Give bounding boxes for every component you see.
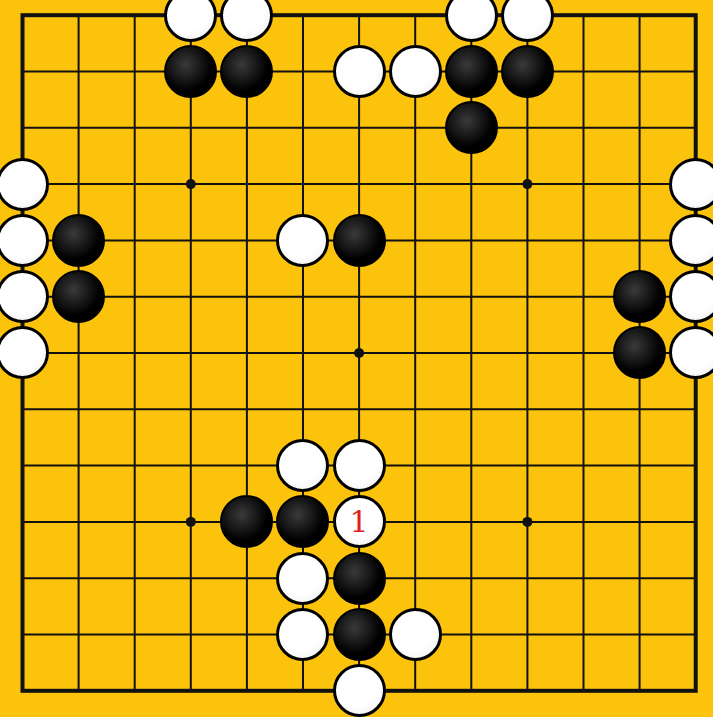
board-intersection[interactable] — [611, 0, 667, 43]
board-intersection[interactable] — [387, 606, 443, 662]
board-intersection[interactable] — [0, 663, 51, 717]
board-intersection[interactable] — [0, 494, 51, 550]
board-intersection[interactable] — [499, 0, 555, 43]
board-intersection[interactable] — [387, 437, 443, 493]
board-intersection[interactable] — [275, 381, 331, 437]
board-intersection[interactable] — [387, 494, 443, 550]
board-intersection[interactable] — [219, 269, 275, 325]
board-intersection[interactable] — [668, 494, 713, 550]
board-intersection[interactable] — [555, 156, 611, 212]
board-intersection[interactable] — [611, 663, 667, 717]
board-intersection[interactable] — [163, 381, 219, 437]
board-intersection[interactable] — [668, 212, 713, 268]
white-stone — [276, 439, 329, 492]
white-stone — [445, 0, 498, 42]
board-intersection[interactable] — [611, 43, 667, 99]
board-intersection[interactable] — [611, 437, 667, 493]
white-stone — [276, 608, 329, 661]
white-stone — [501, 0, 554, 42]
black-stone — [220, 495, 273, 548]
board-intersection[interactable] — [163, 494, 219, 550]
board-intersection[interactable] — [51, 381, 107, 437]
board-intersection[interactable] — [0, 437, 51, 493]
board-intersection[interactable] — [331, 0, 387, 43]
board-intersection[interactable] — [51, 663, 107, 717]
board-intersection[interactable] — [668, 325, 713, 381]
board-intersection[interactable] — [611, 494, 667, 550]
board-intersection[interactable] — [555, 43, 611, 99]
board-intersection[interactable] — [107, 325, 163, 381]
move-number-label: 1 — [350, 507, 369, 537]
board-intersection[interactable] — [219, 212, 275, 268]
board-intersection[interactable] — [555, 381, 611, 437]
board-intersection[interactable] — [668, 663, 713, 717]
board-intersection[interactable] — [51, 212, 107, 268]
board-intersection[interactable] — [387, 100, 443, 156]
board-intersection[interactable] — [331, 550, 387, 606]
black-stone — [220, 45, 273, 98]
board-intersection[interactable] — [51, 494, 107, 550]
board-intersection[interactable] — [0, 43, 51, 99]
board-intersection[interactable] — [555, 325, 611, 381]
board-intersection[interactable] — [107, 0, 163, 43]
board-intersection[interactable] — [331, 437, 387, 493]
board-intersection[interactable] — [443, 156, 499, 212]
board-intersection[interactable] — [0, 212, 51, 268]
board-intersection[interactable] — [275, 0, 331, 43]
white-stone — [669, 214, 713, 267]
board-intersection[interactable] — [51, 606, 107, 662]
board-intersection[interactable] — [443, 100, 499, 156]
board-intersection[interactable] — [611, 381, 667, 437]
board-intersection[interactable] — [163, 325, 219, 381]
board-intersection[interactable] — [387, 0, 443, 43]
board-intersection[interactable] — [611, 606, 667, 662]
board-intersection[interactable]: 1 — [331, 494, 387, 550]
board-intersection[interactable] — [499, 381, 555, 437]
board-intersection[interactable] — [668, 550, 713, 606]
stones-grid: 1 — [0, 0, 713, 717]
white-stone — [220, 0, 273, 42]
board-intersection[interactable] — [51, 100, 107, 156]
white-stone-move-1: 1 — [333, 495, 386, 548]
board-intersection[interactable] — [555, 212, 611, 268]
board-intersection[interactable] — [0, 606, 51, 662]
board-intersection[interactable] — [275, 606, 331, 662]
board-intersection[interactable] — [499, 43, 555, 99]
white-stone — [333, 664, 386, 717]
white-stone — [0, 158, 49, 211]
board-intersection[interactable] — [163, 437, 219, 493]
board-intersection[interactable] — [499, 212, 555, 268]
board-intersection[interactable] — [387, 663, 443, 717]
board-intersection[interactable] — [163, 663, 219, 717]
black-stone — [52, 214, 105, 267]
board-intersection[interactable] — [107, 43, 163, 99]
white-stone — [0, 270, 49, 323]
board-intersection[interactable] — [443, 212, 499, 268]
board-intersection[interactable] — [0, 269, 51, 325]
board-intersection[interactable] — [555, 550, 611, 606]
board-intersection[interactable] — [499, 606, 555, 662]
board-intersection[interactable] — [275, 550, 331, 606]
board-intersection[interactable] — [387, 43, 443, 99]
board-intersection[interactable] — [163, 212, 219, 268]
board-intersection[interactable] — [219, 100, 275, 156]
board-intersection[interactable] — [51, 0, 107, 43]
black-stone — [613, 270, 666, 323]
board-intersection[interactable] — [51, 43, 107, 99]
black-stone — [333, 214, 386, 267]
board-intersection[interactable] — [275, 494, 331, 550]
board-intersection[interactable] — [0, 325, 51, 381]
board-intersection[interactable] — [275, 269, 331, 325]
black-stone — [333, 552, 386, 605]
board-intersection[interactable] — [219, 606, 275, 662]
board-intersection[interactable] — [387, 212, 443, 268]
board-intersection[interactable] — [107, 100, 163, 156]
white-stone — [389, 608, 442, 661]
board-intersection[interactable] — [163, 100, 219, 156]
board-intersection[interactable] — [668, 381, 713, 437]
board-intersection[interactable] — [499, 663, 555, 717]
board-intersection[interactable] — [163, 156, 219, 212]
board-intersection[interactable] — [107, 606, 163, 662]
board-intersection[interactable] — [51, 156, 107, 212]
board-intersection[interactable] — [331, 269, 387, 325]
black-stone — [501, 45, 554, 98]
board-intersection[interactable] — [163, 550, 219, 606]
board-intersection[interactable] — [443, 437, 499, 493]
board-intersection[interactable] — [219, 550, 275, 606]
black-stone — [333, 608, 386, 661]
board-intersection[interactable] — [51, 437, 107, 493]
board-intersection[interactable] — [219, 325, 275, 381]
board-intersection[interactable] — [331, 43, 387, 99]
white-stone — [669, 326, 713, 379]
board-intersection[interactable] — [499, 494, 555, 550]
board-intersection[interactable] — [51, 325, 107, 381]
board-intersection[interactable] — [443, 606, 499, 662]
board-intersection[interactable] — [387, 325, 443, 381]
board-intersection[interactable] — [387, 269, 443, 325]
board-intersection[interactable] — [611, 325, 667, 381]
board-intersection[interactable] — [611, 100, 667, 156]
board-intersection[interactable] — [387, 156, 443, 212]
white-stone — [276, 552, 329, 605]
black-stone — [445, 101, 498, 154]
white-stone — [389, 45, 442, 98]
board-intersection[interactable] — [668, 269, 713, 325]
board-intersection[interactable] — [443, 325, 499, 381]
board-intersection[interactable] — [275, 325, 331, 381]
black-stone — [613, 326, 666, 379]
black-stone — [276, 495, 329, 548]
board-intersection[interactable] — [107, 156, 163, 212]
board-intersection[interactable] — [0, 100, 51, 156]
board-intersection[interactable] — [219, 437, 275, 493]
board-intersection[interactable] — [387, 550, 443, 606]
board-intersection[interactable] — [331, 156, 387, 212]
board-intersection[interactable] — [331, 212, 387, 268]
board-intersection[interactable] — [499, 100, 555, 156]
board-intersection[interactable] — [443, 43, 499, 99]
white-stone — [669, 158, 713, 211]
board-intersection[interactable] — [443, 494, 499, 550]
board-intersection[interactable] — [107, 437, 163, 493]
white-stone — [669, 270, 713, 323]
white-stone — [333, 439, 386, 492]
black-stone — [52, 270, 105, 323]
board-intersection[interactable] — [668, 43, 713, 99]
board-intersection[interactable] — [51, 269, 107, 325]
board-intersection[interactable] — [555, 0, 611, 43]
board-intersection[interactable] — [107, 550, 163, 606]
go-board: 1 — [0, 0, 713, 717]
board-intersection[interactable] — [219, 494, 275, 550]
board-intersection[interactable] — [331, 663, 387, 717]
black-stone — [445, 45, 498, 98]
board-intersection[interactable] — [51, 550, 107, 606]
board-intersection[interactable] — [331, 381, 387, 437]
board-intersection[interactable] — [275, 100, 331, 156]
board-intersection[interactable] — [107, 269, 163, 325]
board-intersection[interactable] — [331, 325, 387, 381]
board-intersection[interactable] — [163, 606, 219, 662]
board-intersection[interactable] — [219, 43, 275, 99]
board-intersection[interactable] — [611, 156, 667, 212]
board-intersection[interactable] — [668, 606, 713, 662]
board-intersection[interactable] — [275, 156, 331, 212]
board-intersection[interactable] — [219, 381, 275, 437]
board-intersection[interactable] — [331, 100, 387, 156]
board-intersection[interactable] — [0, 550, 51, 606]
board-intersection[interactable] — [331, 606, 387, 662]
board-intersection[interactable] — [219, 156, 275, 212]
board-intersection[interactable] — [219, 663, 275, 717]
board-intersection[interactable] — [499, 437, 555, 493]
board-intersection[interactable] — [499, 325, 555, 381]
board-intersection[interactable] — [163, 43, 219, 99]
board-intersection[interactable] — [443, 381, 499, 437]
board-intersection[interactable] — [668, 156, 713, 212]
board-intersection[interactable] — [499, 269, 555, 325]
board-intersection[interactable] — [275, 663, 331, 717]
board-intersection[interactable] — [555, 437, 611, 493]
board-intersection[interactable] — [555, 100, 611, 156]
board-intersection[interactable] — [499, 156, 555, 212]
board-intersection[interactable] — [107, 494, 163, 550]
white-stone — [276, 214, 329, 267]
board-intersection[interactable] — [611, 212, 667, 268]
board-intersection[interactable] — [107, 381, 163, 437]
white-stone — [0, 214, 49, 267]
board-intersection[interactable] — [555, 269, 611, 325]
board-intersection[interactable] — [499, 550, 555, 606]
board-intersection[interactable] — [555, 606, 611, 662]
board-intersection[interactable] — [611, 269, 667, 325]
board-intersection[interactable] — [668, 0, 713, 43]
board-intersection[interactable] — [443, 550, 499, 606]
white-stone — [333, 45, 386, 98]
board-intersection[interactable] — [668, 437, 713, 493]
board-intersection[interactable] — [443, 269, 499, 325]
board-intersection[interactable] — [387, 381, 443, 437]
board-intersection[interactable] — [0, 156, 51, 212]
board-intersection[interactable] — [443, 0, 499, 43]
board-intersection[interactable] — [163, 0, 219, 43]
board-intersection[interactable] — [107, 663, 163, 717]
board-intersection[interactable] — [611, 550, 667, 606]
board-intersection[interactable] — [275, 43, 331, 99]
board-intersection[interactable] — [219, 0, 275, 43]
board-intersection[interactable] — [275, 212, 331, 268]
board-intersection[interactable] — [275, 437, 331, 493]
board-intersection[interactable] — [555, 494, 611, 550]
board-intersection[interactable] — [163, 269, 219, 325]
board-intersection[interactable] — [443, 663, 499, 717]
black-stone — [164, 45, 217, 98]
board-intersection[interactable] — [668, 100, 713, 156]
board-intersection[interactable] — [555, 663, 611, 717]
board-intersection[interactable] — [0, 0, 51, 43]
board-intersection[interactable] — [107, 212, 163, 268]
white-stone — [0, 326, 49, 379]
board-intersection[interactable] — [0, 381, 51, 437]
white-stone — [164, 0, 217, 42]
